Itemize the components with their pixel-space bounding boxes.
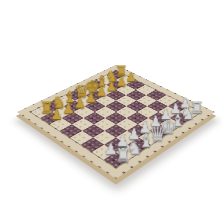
chess-board-squares: ♜♞♝♛♚♝♞♜♟♟♟♟♟♟♟♟♟♟♟♟♟♟♟♟♜♞♝♛♚♝♞♜ xyxy=(31,71,201,168)
chess-board: ♜♞♝♛♚♝♞♜♟♟♟♟♟♟♟♟♟♟♟♟♟♟♟♟♜♞♝♛♚♝♞♜ xyxy=(17,65,215,179)
photo-backdrop: ♜♞♝♛♚♝♞♜♟♟♟♟♟♟♟♟♟♟♟♟♟♟♟♟♜♞♝♛♚♝♞♜ xyxy=(0,0,222,222)
piece-silver-rook-a1[interactable]: ♜ xyxy=(114,148,131,164)
piece-gold-pawn-a7[interactable]: ♟ xyxy=(49,107,64,121)
